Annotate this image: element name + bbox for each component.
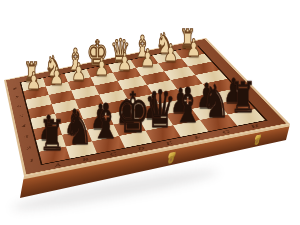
piece-white-pawn[interactable]: ♟ [116,51,133,75]
rank-label-3: 3 [21,134,31,140]
photo-scene: ABCDEFGH87654321 ♜♞♝♚♛♝♞♜♟♟♟♟♟♟♟♟♟♟♟♟♟♟♟… [0,0,300,225]
piece-white-pawn[interactable]: ♟ [71,61,88,85]
rank-label-7: 7 [12,95,21,100]
rank-label-4: 4 [19,123,29,128]
file-label-h: H [248,123,262,129]
piece-white-pawn[interactable]: ♟ [186,37,203,61]
piece-white-pawn[interactable]: ♟ [26,70,43,94]
file-label-f: F [191,134,204,140]
rank-label-1: 1 [26,157,37,163]
piece-black-knight[interactable]: ♞ [200,79,232,124]
file-label-b: B [80,156,92,162]
file-label-d: D [135,145,148,151]
piece-white-pawn[interactable]: ♟ [94,56,111,80]
rank-label-6: 6 [14,104,23,109]
rank-label-2: 2 [24,145,34,151]
file-label-a: A [52,162,63,168]
clasp-loop [168,156,175,165]
piece-white-pawn[interactable]: ♟ [163,42,180,66]
brass-clasp-1 [166,151,177,165]
clasp-loop [254,138,260,146]
file-label-e: E [163,140,176,146]
piece-white-pawn[interactable]: ♟ [139,46,156,70]
file-label-g: G [219,129,233,135]
brass-clasp-2 [253,134,262,146]
rank-label-8: 8 [11,86,20,90]
piece-black-rook[interactable]: ♜ [229,77,258,119]
file-label-c: C [107,151,119,157]
rank-label-5: 5 [17,113,27,118]
piece-white-pawn[interactable]: ♟ [48,65,65,89]
